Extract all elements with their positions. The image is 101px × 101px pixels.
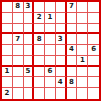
given-digit: 8 xyxy=(15,3,20,10)
given-digit: 6 xyxy=(91,46,96,53)
cell-r8c6[interactable]: 4 xyxy=(56,77,67,88)
cell-r4c1[interactable] xyxy=(2,34,13,45)
given-digit: 1 xyxy=(4,68,9,75)
cell-r3c9[interactable] xyxy=(88,24,99,35)
cell-r5c7[interactable]: 4 xyxy=(67,45,78,56)
cell-r1c4[interactable] xyxy=(34,2,45,13)
given-digit: 1 xyxy=(48,14,53,21)
cell-r8c9[interactable] xyxy=(88,77,99,88)
cell-r6c2[interactable] xyxy=(13,56,24,67)
cell-r4c7[interactable] xyxy=(67,34,78,45)
cell-r2c1[interactable] xyxy=(2,13,13,24)
cell-r5c4[interactable] xyxy=(34,45,45,56)
cell-r3c7[interactable] xyxy=(67,24,78,35)
cell-r4c5[interactable] xyxy=(45,34,56,45)
cell-r2c3[interactable] xyxy=(24,13,35,24)
cell-r3c3[interactable] xyxy=(24,24,35,35)
given-digit: 3 xyxy=(58,36,63,43)
cell-r2c6[interactable] xyxy=(56,13,67,24)
cell-r7c6[interactable] xyxy=(56,67,67,78)
cell-r3c1[interactable] xyxy=(2,24,13,35)
cell-r4c2[interactable]: 7 xyxy=(13,34,24,45)
cell-r8c7[interactable]: 8 xyxy=(67,77,78,88)
cell-r6c9[interactable] xyxy=(88,56,99,67)
cell-r1c5[interactable] xyxy=(45,2,56,13)
cell-r7c2[interactable] xyxy=(13,67,24,78)
cell-r9c4[interactable] xyxy=(34,88,45,99)
cell-r9c3[interactable] xyxy=(24,88,35,99)
cell-r6c1[interactable] xyxy=(2,56,13,67)
given-digit: 7 xyxy=(15,36,20,43)
cell-r5c5[interactable] xyxy=(45,45,56,56)
cell-r8c1[interactable] xyxy=(2,77,13,88)
cell-r2c8[interactable] xyxy=(77,13,88,24)
cell-r9c6[interactable] xyxy=(56,88,67,99)
given-digit: 5 xyxy=(26,68,31,75)
cell-r4c4[interactable]: 8 xyxy=(34,34,45,45)
given-digit: 2 xyxy=(4,90,9,97)
cell-r1c8[interactable] xyxy=(77,2,88,13)
cell-r9c5[interactable] xyxy=(45,88,56,99)
cell-r5c8[interactable] xyxy=(77,45,88,56)
cell-r4c9[interactable] xyxy=(88,34,99,45)
cell-r2c9[interactable] xyxy=(88,13,99,24)
cell-r7c3[interactable]: 5 xyxy=(24,67,35,78)
given-digit: 4 xyxy=(69,46,74,53)
cell-r3c4[interactable] xyxy=(34,24,45,35)
given-digit: 2 xyxy=(37,14,42,21)
given-digit: 7 xyxy=(69,3,74,10)
cell-r6c4[interactable] xyxy=(34,56,45,67)
cell-r5c2[interactable] xyxy=(13,45,24,56)
cell-r7c9[interactable] xyxy=(88,67,99,78)
cell-r8c8[interactable] xyxy=(77,77,88,88)
given-digit: 8 xyxy=(37,36,42,43)
cell-r7c7[interactable] xyxy=(67,67,78,78)
cell-r1c3[interactable]: 3 xyxy=(24,2,35,13)
cell-r1c7[interactable]: 7 xyxy=(67,2,78,13)
cell-r7c1[interactable]: 1 xyxy=(2,67,13,78)
cell-r6c5[interactable] xyxy=(45,56,56,67)
cell-r7c5[interactable]: 6 xyxy=(45,67,56,78)
cell-r9c9[interactable] xyxy=(88,88,99,99)
cell-r9c7[interactable] xyxy=(67,88,78,99)
cell-r3c5[interactable] xyxy=(45,24,56,35)
cell-r6c6[interactable] xyxy=(56,56,67,67)
cell-r3c2[interactable] xyxy=(13,24,24,35)
cell-r3c6[interactable] xyxy=(56,24,67,35)
cell-r4c3[interactable] xyxy=(24,34,35,45)
cell-r6c8[interactable]: 1 xyxy=(77,56,88,67)
cell-r9c8[interactable] xyxy=(77,88,88,99)
given-digit: 8 xyxy=(69,79,74,86)
cell-r5c6[interactable] xyxy=(56,45,67,56)
given-digit: 1 xyxy=(80,57,85,64)
given-digit: 4 xyxy=(58,79,63,86)
sudoku-board: 83721783461156482 xyxy=(0,0,101,101)
cell-r3c8[interactable] xyxy=(77,24,88,35)
cell-r8c2[interactable] xyxy=(13,77,24,88)
cell-r7c8[interactable] xyxy=(77,67,88,78)
cell-r5c1[interactable] xyxy=(2,45,13,56)
cell-r9c2[interactable] xyxy=(13,88,24,99)
cell-r6c3[interactable] xyxy=(24,56,35,67)
cell-r2c5[interactable]: 1 xyxy=(45,13,56,24)
cell-r8c5[interactable] xyxy=(45,77,56,88)
cell-r5c3[interactable] xyxy=(24,45,35,56)
cell-r4c8[interactable] xyxy=(77,34,88,45)
cell-r1c6[interactable] xyxy=(56,2,67,13)
cell-r8c4[interactable] xyxy=(34,77,45,88)
cell-r2c7[interactable] xyxy=(67,13,78,24)
cell-r8c3[interactable] xyxy=(24,77,35,88)
cell-r5c9[interactable]: 6 xyxy=(88,45,99,56)
given-digit: 6 xyxy=(48,68,53,75)
cell-r1c2[interactable]: 8 xyxy=(13,2,24,13)
cell-r2c2[interactable] xyxy=(13,13,24,24)
cell-r4c6[interactable]: 3 xyxy=(56,34,67,45)
cell-r7c4[interactable] xyxy=(34,67,45,78)
cell-r6c7[interactable] xyxy=(67,56,78,67)
given-digit: 3 xyxy=(26,3,31,10)
cell-r9c1[interactable]: 2 xyxy=(2,88,13,99)
cell-r1c9[interactable] xyxy=(88,2,99,13)
cell-r2c4[interactable]: 2 xyxy=(34,13,45,24)
cell-r1c1[interactable] xyxy=(2,2,13,13)
